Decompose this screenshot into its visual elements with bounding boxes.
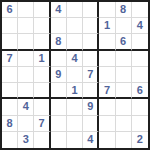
sudoku-cell-r5c9[interactable]: [132, 67, 148, 83]
sudoku-cell-r7c8[interactable]: [116, 99, 132, 115]
sudoku-cell-r6c5[interactable]: 1: [67, 83, 83, 99]
sudoku-cell-r4c7[interactable]: [99, 51, 115, 67]
sudoku-cell-r7c1[interactable]: [2, 99, 18, 115]
sudoku-cell-r2c6[interactable]: [83, 18, 99, 34]
sudoku-cell-r8c9[interactable]: [132, 116, 148, 132]
sudoku-cell-r9c9[interactable]: 2: [132, 132, 148, 148]
sudoku-cell-r5c6[interactable]: 7: [83, 67, 99, 83]
sudoku-cell-r9c5[interactable]: [67, 132, 83, 148]
sudoku-cell-r8c1[interactable]: 8: [2, 116, 18, 132]
sudoku-cell-r7c4[interactable]: [51, 99, 67, 115]
sudoku-cell-r3c4[interactable]: 8: [51, 34, 67, 50]
sudoku-cell-r5c5[interactable]: [67, 67, 83, 83]
sudoku-cell-r8c7[interactable]: [99, 116, 115, 132]
sudoku-cell-r6c6[interactable]: [83, 83, 99, 99]
sudoku-cell-r6c9[interactable]: 6: [132, 83, 148, 99]
sudoku-cell-r2c2[interactable]: [18, 18, 34, 34]
sudoku-cell-r4c8[interactable]: [116, 51, 132, 67]
sudoku-cell-r8c8[interactable]: [116, 116, 132, 132]
sudoku-cell-r7c7[interactable]: [99, 99, 115, 115]
sudoku-cell-r2c8[interactable]: [116, 18, 132, 34]
sudoku-cell-r9c6[interactable]: 4: [83, 132, 99, 148]
sudoku-cell-r4c1[interactable]: 7: [2, 51, 18, 67]
sudoku-cell-r1c3[interactable]: [34, 2, 50, 18]
sudoku-cell-r1c8[interactable]: 8: [116, 2, 132, 18]
sudoku-cell-r4c5[interactable]: 4: [67, 51, 83, 67]
sudoku-cell-r5c3[interactable]: [34, 67, 50, 83]
sudoku-cell-r1c7[interactable]: [99, 2, 115, 18]
sudoku-cell-r1c9[interactable]: [132, 2, 148, 18]
sudoku-board: 6481486714971764987342: [0, 0, 150, 150]
sudoku-cell-r9c2[interactable]: 3: [18, 132, 34, 148]
sudoku-cell-r4c2[interactable]: [18, 51, 34, 67]
sudoku-cell-r7c2[interactable]: 4: [18, 99, 34, 115]
sudoku-cell-r2c5[interactable]: [67, 18, 83, 34]
sudoku-cell-r3c7[interactable]: [99, 34, 115, 50]
sudoku-cell-r5c8[interactable]: [116, 67, 132, 83]
sudoku-cell-r9c4[interactable]: [51, 132, 67, 148]
sudoku-cell-r6c3[interactable]: [34, 83, 50, 99]
sudoku-cell-r5c4[interactable]: 9: [51, 67, 67, 83]
sudoku-cell-r2c3[interactable]: [34, 18, 50, 34]
sudoku-cell-r3c5[interactable]: [67, 34, 83, 50]
sudoku-cell-r9c1[interactable]: [2, 132, 18, 148]
sudoku-cell-r1c1[interactable]: 6: [2, 2, 18, 18]
sudoku-cell-r9c8[interactable]: [116, 132, 132, 148]
sudoku-cell-r6c7[interactable]: 7: [99, 83, 115, 99]
sudoku-cell-r3c1[interactable]: [2, 34, 18, 50]
sudoku-cell-r6c1[interactable]: [2, 83, 18, 99]
sudoku-cell-r8c6[interactable]: [83, 116, 99, 132]
sudoku-cell-r8c4[interactable]: [51, 116, 67, 132]
sudoku-cell-r6c4[interactable]: [51, 83, 67, 99]
sudoku-cell-r9c7[interactable]: [99, 132, 115, 148]
sudoku-cell-r8c2[interactable]: [18, 116, 34, 132]
sudoku-cell-r8c5[interactable]: [67, 116, 83, 132]
sudoku-cell-r1c6[interactable]: [83, 2, 99, 18]
sudoku-cell-r4c4[interactable]: [51, 51, 67, 67]
sudoku-cell-r4c3[interactable]: 1: [34, 51, 50, 67]
sudoku-cell-r6c8[interactable]: [116, 83, 132, 99]
sudoku-cell-r7c6[interactable]: 9: [83, 99, 99, 115]
sudoku-cell-r8c3[interactable]: 7: [34, 116, 50, 132]
sudoku-cell-r2c7[interactable]: 1: [99, 18, 115, 34]
sudoku-cell-r5c2[interactable]: [18, 67, 34, 83]
sudoku-cell-r3c6[interactable]: [83, 34, 99, 50]
sudoku-cell-r3c9[interactable]: [132, 34, 148, 50]
sudoku-cell-r4c6[interactable]: [83, 51, 99, 67]
sudoku-cell-r3c3[interactable]: [34, 34, 50, 50]
sudoku-cell-r7c3[interactable]: [34, 99, 50, 115]
sudoku-cell-r2c1[interactable]: [2, 18, 18, 34]
sudoku-cell-r5c7[interactable]: [99, 67, 115, 83]
sudoku-cell-r2c9[interactable]: 4: [132, 18, 148, 34]
sudoku-cell-r3c8[interactable]: 6: [116, 34, 132, 50]
sudoku-cell-r4c9[interactable]: [132, 51, 148, 67]
sudoku-cell-r2c4[interactable]: [51, 18, 67, 34]
sudoku-cell-r5c1[interactable]: [2, 67, 18, 83]
sudoku-cell-r1c4[interactable]: 4: [51, 2, 67, 18]
sudoku-cell-r7c5[interactable]: [67, 99, 83, 115]
sudoku-cell-r7c9[interactable]: [132, 99, 148, 115]
sudoku-cell-r9c3[interactable]: [34, 132, 50, 148]
sudoku-cell-r1c5[interactable]: [67, 2, 83, 18]
sudoku-cell-r1c2[interactable]: [18, 2, 34, 18]
sudoku-cell-r6c2[interactable]: [18, 83, 34, 99]
sudoku-cell-r3c2[interactable]: [18, 34, 34, 50]
